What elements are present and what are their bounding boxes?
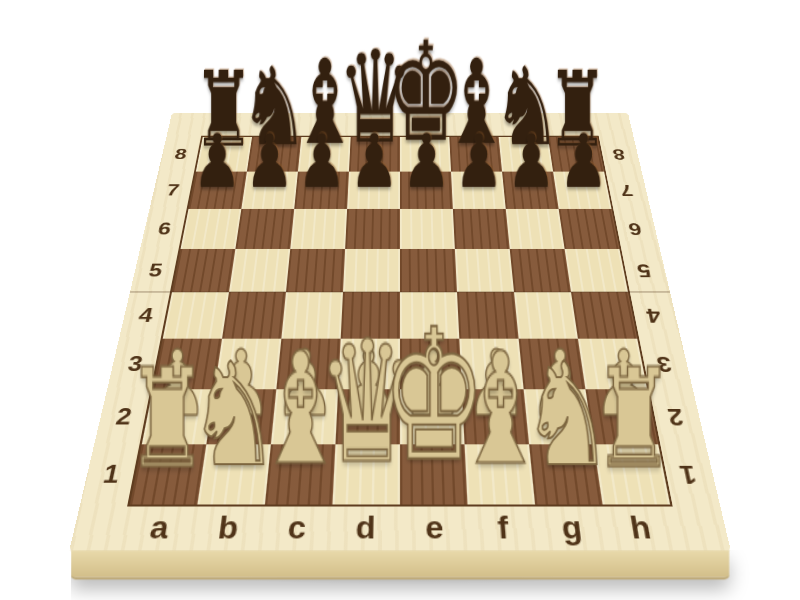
piece-dark-pawn-h7[interactable]: ♟ <box>542 124 625 198</box>
chess-board: 87654321 87654321 abcdefgh ♜♞♝♛♚♝♞♜♟♟♟♟♟… <box>69 113 731 553</box>
file-label-c: c <box>260 504 332 552</box>
file-label-f: f <box>468 504 540 552</box>
file-label-d: d <box>330 504 400 552</box>
photo-scene: 87654321 87654321 abcdefgh ♜♞♝♛♚♝♞♜♟♟♟♟♟… <box>0 0 800 600</box>
piece-light-rook-h1[interactable]: ♜ <box>581 350 686 487</box>
rank-label-right-5: 5 <box>619 249 670 292</box>
pieces-layer: ♜♞♝♛♚♝♞♜♟♟♟♟♟♟♟♟♟♟♟♟♟♟♟♟♜♞♝♛♚♝♞♜ <box>130 137 670 505</box>
file-label-g: g <box>535 504 610 552</box>
file-label-h: h <box>603 504 680 552</box>
board-front-edge <box>71 550 730 579</box>
rank-label-right-6: 6 <box>612 209 660 249</box>
file-label-e: e <box>400 504 470 552</box>
file-label-b: b <box>190 504 265 552</box>
file-label-a: a <box>120 504 197 552</box>
file-labels-bottom: abcdefgh <box>120 504 679 552</box>
